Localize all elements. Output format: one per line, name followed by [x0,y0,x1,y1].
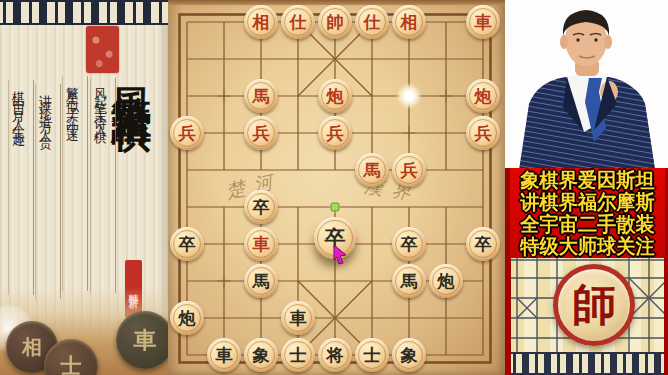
red-piece-兵[interactable]: 兵 [318,116,352,150]
black-piece-将[interactable]: 将 [318,338,352,372]
black-piece-車[interactable]: 車 [281,301,315,335]
slogan-line-4: 特级大师球关注 [513,235,662,257]
black-piece-馬[interactable]: 馬 [392,264,426,298]
host-panel: 象棋界爱因斯坦 讲棋界福尔摩斯 全宇宙二手散装 特级大师球关注 師 [505,0,668,375]
black-piece-炮[interactable]: 炮 [170,301,204,335]
poem-line-1: 风起笔末诗入棋 [90,78,116,293]
red-piece-仕[interactable]: 仕 [355,5,389,39]
poem-line-2: 繁星似子弈中迷 [62,76,88,291]
red-piece-炮[interactable]: 炮 [466,79,500,113]
black-piece-卒[interactable]: 卒 [244,190,278,224]
mini-board-image: 師 [505,258,668,352]
point-marker [218,90,231,103]
black-piece-士[interactable]: 士 [281,338,315,372]
poem-line-3: 讲评论道万人贵 [35,84,61,299]
black-piece-車[interactable]: 車 [207,338,241,372]
red-piece-馬[interactable]: 馬 [355,153,389,187]
red-piece-車[interactable]: 車 [466,5,500,39]
red-piece-仕[interactable]: 仕 [281,5,315,39]
xiangqi-board[interactable]: 楚河 漢界 相仕帥仕相車馬炮炮兵兵兵兵馬兵車卒卒卒卒卒馬馬炮炮車車象士将士象 [168,0,505,375]
red-piece-兵[interactable]: 兵 [170,116,204,150]
red-piece-帥[interactable]: 帥 [318,5,352,39]
sparkle-effect [396,83,422,109]
board-gridlines [168,0,505,375]
red-piece-相[interactable]: 相 [392,5,426,39]
wooden-pieces-photo: 相 士 車 [0,287,168,375]
slogan-line-1: 象棋界爱因斯坦 [513,169,662,191]
left-calligraphy-panel: 風繁講棋 风起笔末诗入棋 繁星似子弈中迷 讲评论道万人贵 棋中日月人生趣 精讲赏… [0,0,168,375]
lattice-border-icon [505,352,668,375]
host-photo [505,0,668,170]
red-piece-兵[interactable]: 兵 [466,116,500,150]
shi-master-piece: 師 [553,264,635,346]
point-marker [440,90,453,103]
black-piece-馬[interactable]: 馬 [244,264,278,298]
red-piece-炮[interactable]: 炮 [318,79,352,113]
black-piece-卒[interactable]: 卒 [170,227,204,261]
black-piece-士[interactable]: 士 [355,338,389,372]
red-piece-兵[interactable]: 兵 [244,116,278,150]
slogan-block: 象棋界爱因斯坦 讲棋界福尔摩斯 全宇宙二手散装 特级大师球关注 [505,168,668,258]
host-portrait-icon [505,0,668,170]
black-piece-卒[interactable]: 卒 [392,227,426,261]
black-piece-象[interactable]: 象 [244,338,278,372]
wooden-piece: 車 [116,311,174,369]
black-piece-象[interactable]: 象 [392,338,426,372]
poem-line-4: 棋中日月人生趣 [8,80,34,295]
point-marker [403,127,416,140]
point-marker [218,275,231,288]
move-hint-marker[interactable] [331,203,340,212]
red-piece-相[interactable]: 相 [244,5,278,39]
slogan-line-2: 讲棋界福尔摩斯 [513,191,662,213]
slogan-line-3: 全宇宙二手散装 [513,213,662,235]
black-piece-卒[interactable]: 卒 [466,227,500,261]
red-piece-馬[interactable]: 馬 [244,79,278,113]
thumbnail-stage: 風繁講棋 风起笔末诗入棋 繁星似子弈中迷 讲评论道万人贵 棋中日月人生趣 精讲赏… [0,0,668,375]
red-piece-車[interactable]: 車 [244,227,278,261]
black-piece-炮[interactable]: 炮 [429,264,463,298]
mouse-cursor-icon [333,245,349,265]
red-piece-兵[interactable]: 兵 [392,153,426,187]
lattice-border-icon [0,0,168,25]
